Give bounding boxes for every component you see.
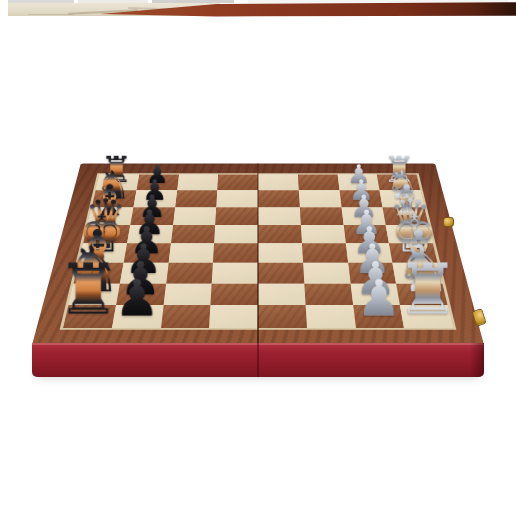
square-d6[interactable] xyxy=(171,225,216,244)
square-h3[interactable] xyxy=(305,305,355,328)
square-b3[interactable] xyxy=(299,190,342,207)
square-f4[interactable] xyxy=(258,263,304,284)
square-b6[interactable] xyxy=(175,190,218,207)
chess-board: ♜♟♟♜♞♟♟♞♝♟♟♝♛♟♟♛♚♟♟♚♝♟♟♝♞♟♟♞♜♟♟♜ xyxy=(32,0,484,345)
square-d3[interactable] xyxy=(301,225,346,244)
rosewood-frame: ♜♟♟♜♞♟♟♞♝♟♟♝♛♟♟♛♚♟♟♚♝♟♟♝♞♟♟♞♜♟♟♜ xyxy=(32,164,484,345)
square-f5[interactable] xyxy=(212,263,258,284)
square-h4[interactable] xyxy=(258,305,307,328)
brass-latch-icon xyxy=(443,217,454,227)
square-f3[interactable] xyxy=(303,263,350,284)
square-h1[interactable]: ♜ xyxy=(400,305,453,328)
square-e4[interactable] xyxy=(258,243,303,262)
silver-pawn[interactable]: ♟ xyxy=(357,274,402,325)
square-g4[interactable] xyxy=(258,283,305,305)
black-rook[interactable]: ♜ xyxy=(57,254,120,324)
square-b5[interactable] xyxy=(216,190,258,207)
square-d5[interactable] xyxy=(214,225,258,244)
square-c3[interactable] xyxy=(300,207,344,225)
square-g5[interactable] xyxy=(211,283,258,305)
square-d4[interactable] xyxy=(258,225,302,244)
square-e6[interactable] xyxy=(168,243,214,262)
square-e5[interactable] xyxy=(213,243,258,262)
product-photo-scene: ♜♟♟♜♞♟♟♞♝♟♟♝♛♟♟♛♚♟♟♚♝♟♟♝♞♟♟♞♜♟♟♜ xyxy=(0,0,516,516)
square-c6[interactable] xyxy=(173,207,217,225)
square-h8[interactable]: ♜ xyxy=(63,305,116,328)
silver-rook[interactable]: ♜ xyxy=(396,254,459,324)
square-h6[interactable] xyxy=(161,305,211,328)
square-g6[interactable] xyxy=(163,283,212,305)
square-g3[interactable] xyxy=(304,283,353,305)
board-tilt-plane: ♜♟♟♜♞♟♟♞♝♟♟♝♛♟♟♛♚♟♟♚♝♟♟♝♞♟♟♞♜♟♟♜ xyxy=(32,164,484,345)
box-front-face xyxy=(32,343,484,377)
square-c4[interactable] xyxy=(258,207,301,225)
square-c5[interactable] xyxy=(215,207,258,225)
square-h5[interactable] xyxy=(209,305,258,328)
square-a5[interactable] xyxy=(217,174,258,190)
black-pawn[interactable]: ♟ xyxy=(114,274,159,325)
square-a4[interactable] xyxy=(258,174,299,190)
square-b4[interactable] xyxy=(258,190,300,207)
square-a6[interactable] xyxy=(177,174,219,190)
square-a3[interactable] xyxy=(298,174,340,190)
square-e3[interactable] xyxy=(302,243,348,262)
fold-seam-front xyxy=(257,343,259,377)
square-f6[interactable] xyxy=(166,263,213,284)
